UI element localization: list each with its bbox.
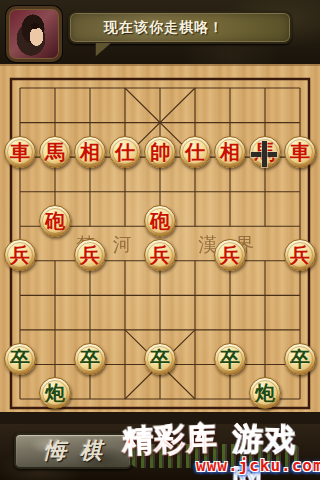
speech-bubble-tail	[96, 43, 111, 56]
undo-move-button[interactable]: 悔棋	[14, 433, 132, 469]
undo-move-button-label: 悔棋	[30, 436, 116, 466]
piece-glyph: 兵	[290, 245, 310, 265]
piece-red-砲[interactable]: 砲	[39, 205, 71, 237]
piece-glyph: 炮	[45, 383, 65, 403]
piece-glyph: 砲	[150, 211, 170, 231]
piece-glyph: 砲	[45, 211, 65, 231]
piece-glyph: 仕	[115, 142, 135, 162]
speech-bubble-text: 现在该你走棋咯！	[104, 19, 224, 37]
piece-glyph: 卒	[10, 349, 30, 369]
crosshair-cursor-icon	[251, 141, 277, 167]
piece-glyph: 卒	[290, 349, 310, 369]
bottom-bar: 悔棋	[0, 424, 320, 480]
piece-red-馬[interactable]: 馬	[39, 136, 71, 168]
piece-glyph: 兵	[150, 245, 170, 265]
piece-red-相[interactable]: 相	[214, 136, 246, 168]
piece-red-兵[interactable]: 兵	[144, 239, 176, 271]
piece-glyph: 卒	[80, 349, 100, 369]
piece-glyph: 相	[80, 142, 100, 162]
piece-black-卒[interactable]: 卒	[74, 343, 106, 375]
piece-glyph: 兵	[220, 245, 240, 265]
xiangqi-game-screen: 现在该你走棋咯！ 楚河 漢界 車馬相仕帥仕相馬車砲砲兵兵兵兵兵卒卒卒卒卒炮炮	[0, 0, 320, 480]
piece-glyph: 馬	[45, 142, 65, 162]
top-bar: 现在该你走棋咯！	[0, 0, 320, 64]
xiangqi-board[interactable]: 楚河 漢界 車馬相仕帥仕相馬車砲砲兵兵兵兵兵卒卒卒卒卒炮炮車馬象士將士象馬車	[0, 64, 320, 412]
piece-red-兵[interactable]: 兵	[74, 239, 106, 271]
piece-glyph: 卒	[150, 349, 170, 369]
piece-red-仕[interactable]: 仕	[109, 136, 141, 168]
piece-glyph: 炮	[255, 383, 275, 403]
piece-glyph: 車	[10, 142, 30, 162]
piece-red-兵[interactable]: 兵	[284, 239, 316, 271]
piece-black-卒[interactable]: 卒	[4, 343, 36, 375]
piece-glyph: 帥	[150, 142, 170, 162]
speech-bubble: 现在该你走棋咯！	[68, 11, 292, 44]
piece-red-車[interactable]: 車	[284, 136, 316, 168]
piece-red-帥[interactable]: 帥	[144, 136, 176, 168]
piece-red-仕[interactable]: 仕	[179, 136, 211, 168]
piece-red-砲[interactable]: 砲	[144, 205, 176, 237]
piece-red-相[interactable]: 相	[74, 136, 106, 168]
piece-black-炮[interactable]: 炮	[249, 377, 281, 409]
piece-black-卒[interactable]: 卒	[144, 343, 176, 375]
piece-glyph: 兵	[80, 245, 100, 265]
opponent-avatar	[6, 6, 62, 62]
piece-glyph: 車	[290, 142, 310, 162]
piece-red-車[interactable]: 車	[4, 136, 36, 168]
piece-black-炮[interactable]: 炮	[39, 377, 71, 409]
piece-black-卒[interactable]: 卒	[284, 343, 316, 375]
piece-glyph: 仕	[185, 142, 205, 162]
piece-black-卒[interactable]: 卒	[214, 343, 246, 375]
piece-glyph: 兵	[10, 245, 30, 265]
piece-red-兵[interactable]: 兵	[214, 239, 246, 271]
piece-glyph: 卒	[220, 349, 240, 369]
piece-red-兵[interactable]: 兵	[4, 239, 36, 271]
piece-glyph: 相	[220, 142, 240, 162]
